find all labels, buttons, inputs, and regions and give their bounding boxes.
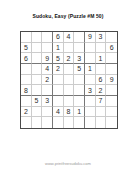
sudoku-cell-r8c9: [106, 107, 117, 118]
sudoku-cell-r9c2: [32, 117, 43, 128]
sudoku-cell-r2c7: [85, 43, 96, 54]
sudoku-cell-r5c4: [53, 75, 64, 86]
sudoku-cell-r2c8: [96, 43, 107, 54]
sudoku-cell-r5c8: 6: [96, 75, 107, 86]
sudoku-cell-r8c6: 1: [74, 107, 85, 118]
sudoku-cell-r5c9: 9: [106, 75, 117, 86]
sudoku-cell-r6c6: [74, 85, 85, 96]
sudoku-page: { "game": "sudoku", "header": { "title":…: [0, 0, 136, 176]
sudoku-cell-r7c3: 3: [42, 96, 53, 107]
sudoku-cell-r6c7: 3: [85, 85, 96, 96]
sudoku-cell-r5c2: [32, 75, 43, 86]
sudoku-cell-r2c4: 1: [53, 43, 64, 54]
sudoku-grid: 649351669523142512698325372481: [20, 31, 118, 129]
sudoku-cell-r6c8: 2: [96, 85, 107, 96]
sudoku-cell-r2c6: [74, 43, 85, 54]
sudoku-cell-r4c5: [64, 64, 75, 75]
sudoku-cell-r9c8: [96, 117, 107, 128]
sudoku-cell-r3c1: 6: [21, 53, 32, 64]
sudoku-cell-r3c5: 2: [64, 53, 75, 64]
sudoku-cell-r3c2: [32, 53, 43, 64]
sudoku-cell-r7c1: [21, 96, 32, 107]
sudoku-cell-r3c6: 3: [74, 53, 85, 64]
sudoku-cell-r2c5: [64, 43, 75, 54]
sudoku-cell-r6c9: [106, 85, 117, 96]
sudoku-cell-r8c2: [32, 107, 43, 118]
sudoku-cell-r6c3: [42, 85, 53, 96]
sudoku-cell-r7c9: [106, 96, 117, 107]
sudoku-cell-r3c8: 1: [96, 53, 107, 64]
sudoku-cell-r9c4: [53, 117, 64, 128]
sudoku-cell-r3c7: [85, 53, 96, 64]
sudoku-cell-r2c3: [42, 43, 53, 54]
sudoku-cell-r7c5: [64, 96, 75, 107]
sudoku-cell-r7c8: 7: [96, 96, 107, 107]
sudoku-cell-r7c2: 5: [32, 96, 43, 107]
sudoku-cell-r5c1: [21, 75, 32, 86]
sudoku-cell-r1c2: [32, 32, 43, 43]
sudoku-cell-r5c7: [85, 75, 96, 86]
sudoku-cell-r1c3: [42, 32, 53, 43]
sudoku-cell-r3c3: 9: [42, 53, 53, 64]
sudoku-cell-r8c3: [42, 107, 53, 118]
sudoku-cell-r6c1: 8: [21, 85, 32, 96]
sudoku-cell-r1c7: 9: [85, 32, 96, 43]
sudoku-cell-r5c3: 2: [42, 75, 53, 86]
sudoku-cell-r4c3: 4: [42, 64, 53, 75]
sudoku-cell-r3c4: 5: [53, 53, 64, 64]
sudoku-cell-r4c4: 2: [53, 64, 64, 75]
sudoku-cell-r8c7: [85, 107, 96, 118]
sudoku-cell-r2c9: 6: [106, 43, 117, 54]
sudoku-cell-r9c6: [74, 117, 85, 128]
sudoku-cell-r2c1: 5: [21, 43, 32, 54]
sudoku-cell-r4c9: [106, 64, 117, 75]
sudoku-cell-r5c6: [74, 75, 85, 86]
sudoku-cell-r5c5: [64, 75, 75, 86]
sudoku-cell-r6c4: [53, 85, 64, 96]
sudoku-cell-r8c1: 2: [21, 107, 32, 118]
sudoku-cell-r4c1: [21, 64, 32, 75]
sudoku-cell-r1c1: [21, 32, 32, 43]
sudoku-cell-r1c6: [74, 32, 85, 43]
sudoku-cell-r8c5: 8: [64, 107, 75, 118]
footer-url: www.printfreesudoku.com: [0, 161, 136, 166]
sudoku-cell-r1c5: 4: [64, 32, 75, 43]
puzzle-title: Sudoku, Easy (Puzzle #M 50): [0, 13, 136, 19]
sudoku-cell-r1c9: [106, 32, 117, 43]
sudoku-cell-r7c4: [53, 96, 64, 107]
sudoku-cell-r4c8: [96, 64, 107, 75]
sudoku-cell-r4c7: 1: [85, 64, 96, 75]
sudoku-cell-r1c8: 3: [96, 32, 107, 43]
sudoku-cell-r9c3: [42, 117, 53, 128]
sudoku-cell-r7c7: [85, 96, 96, 107]
sudoku-cell-r9c1: [21, 117, 32, 128]
sudoku-cell-r6c2: [32, 85, 43, 96]
sudoku-cell-r2c2: [32, 43, 43, 54]
sudoku-cell-r4c6: 5: [74, 64, 85, 75]
sudoku-cell-r8c4: 4: [53, 107, 64, 118]
sudoku-cell-r9c9: [106, 117, 117, 128]
sudoku-cell-r7c6: [74, 96, 85, 107]
sudoku-cell-r3c9: [106, 53, 117, 64]
sudoku-cell-r6c5: [64, 85, 75, 96]
sudoku-cell-r9c5: [64, 117, 75, 128]
sudoku-cell-r8c8: [96, 107, 107, 118]
sudoku-cell-r9c7: [85, 117, 96, 128]
sudoku-cell-r1c4: 6: [53, 32, 64, 43]
sudoku-cell-r4c2: [32, 64, 43, 75]
